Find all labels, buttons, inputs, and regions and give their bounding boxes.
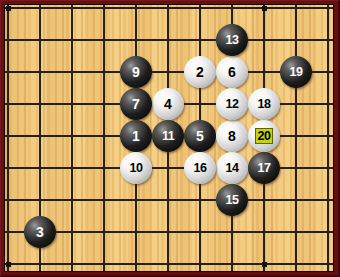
move-number: 15 (226, 194, 239, 207)
move-number: 10 (130, 162, 143, 175)
stone-white-4[interactable]: 4 (152, 88, 184, 120)
star-point (262, 262, 267, 267)
stone-white-16[interactable]: 16 (184, 152, 216, 184)
grid-line-horizontal (5, 7, 333, 9)
stone-white-12[interactable]: 12 (216, 88, 248, 120)
stone-black-1[interactable]: 1 (120, 120, 152, 152)
stone-white-8[interactable]: 8 (216, 120, 248, 152)
stone-white-6[interactable]: 6 (216, 56, 248, 88)
move-number: 1 (132, 129, 140, 143)
star-point (262, 6, 267, 11)
stone-white-2[interactable]: 2 (184, 56, 216, 88)
move-number: 5 (196, 129, 204, 143)
stone-white-14[interactable]: 14 (216, 152, 248, 184)
stone-white-18[interactable]: 18 (248, 88, 280, 120)
stone-black-13[interactable]: 13 (216, 24, 248, 56)
star-point (6, 6, 11, 11)
grid-line-horizontal (5, 199, 333, 201)
stone-black-17[interactable]: 17 (248, 152, 280, 184)
move-number: 16 (194, 162, 207, 175)
stone-white-20[interactable]: 20 (248, 120, 280, 152)
move-number: 4 (164, 97, 172, 111)
move-number: 2 (196, 65, 204, 79)
stone-black-15[interactable]: 15 (216, 184, 248, 216)
grid-line-horizontal (5, 167, 333, 169)
stone-black-11[interactable]: 11 (152, 120, 184, 152)
stone-white-10[interactable]: 10 (120, 152, 152, 184)
move-number: 8 (228, 129, 236, 143)
board-frame: 1234567891011121314151617181920 (0, 0, 340, 277)
move-number: 9 (132, 65, 140, 79)
move-number: 19 (290, 66, 303, 79)
move-number: 12 (226, 98, 239, 111)
move-number: 17 (258, 162, 271, 175)
stone-black-3[interactable]: 3 (24, 216, 56, 248)
move-number: 20 (255, 128, 274, 145)
move-number: 7 (132, 97, 140, 111)
go-board[interactable]: 1234567891011121314151617181920 (5, 5, 333, 271)
stone-black-5[interactable]: 5 (184, 120, 216, 152)
move-number: 6 (228, 65, 236, 79)
stone-black-19[interactable]: 19 (280, 56, 312, 88)
move-number: 3 (36, 225, 44, 239)
star-point (6, 262, 11, 267)
grid-line-horizontal (5, 39, 333, 41)
stone-black-9[interactable]: 9 (120, 56, 152, 88)
move-number: 14 (226, 162, 239, 175)
grid-line-horizontal (5, 263, 333, 265)
move-number: 18 (258, 98, 271, 111)
stone-black-7[interactable]: 7 (120, 88, 152, 120)
move-number: 13 (226, 34, 239, 47)
move-number: 11 (162, 130, 174, 143)
